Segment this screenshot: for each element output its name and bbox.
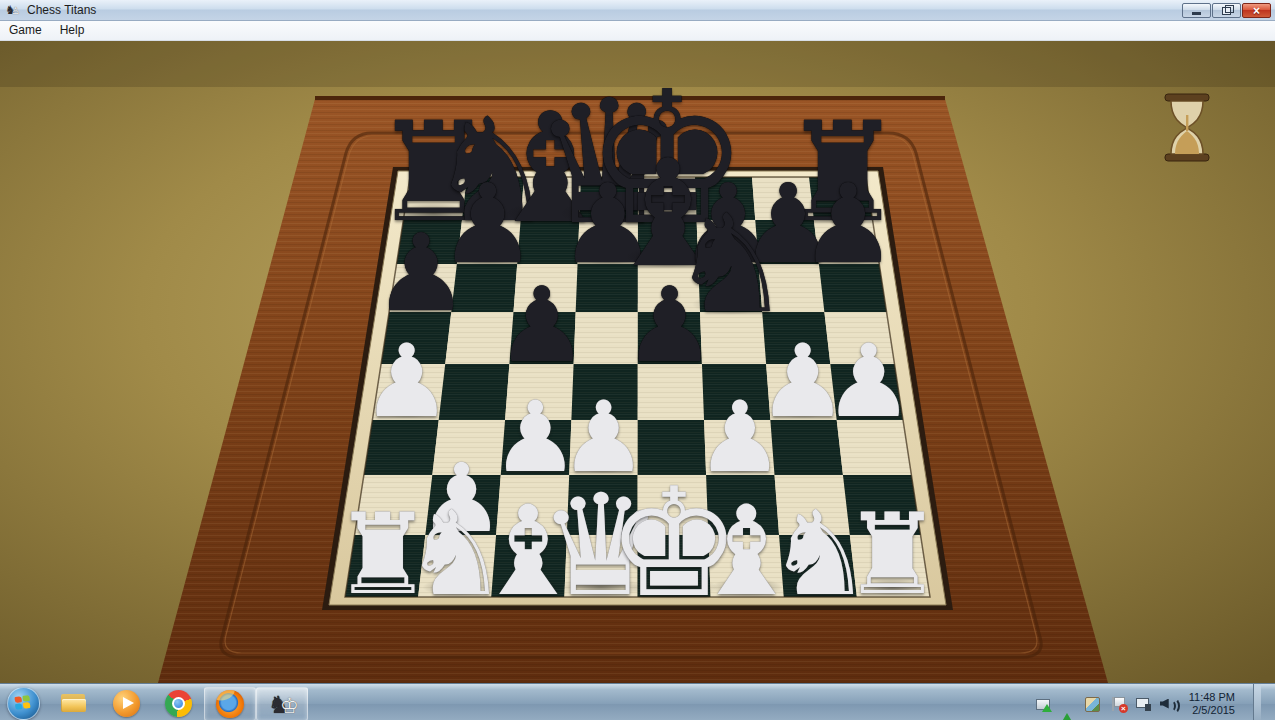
piece-black-pawn-c5[interactable]: ♟ — [490, 274, 594, 378]
media-player-icon — [113, 690, 140, 717]
taskbar: ♞♔ × 11:48 PM 2/5/2015 — [0, 683, 1275, 720]
start-button[interactable] — [7, 687, 40, 720]
piece-white-pawn-h4[interactable]: ♟ — [818, 331, 919, 432]
volume-tray-icon[interactable] — [1160, 696, 1176, 712]
action-center-tray-icon[interactable]: × — [1110, 696, 1126, 712]
antivirus-tray-icon[interactable] — [1060, 696, 1076, 712]
taskbar-item-windows-explorer[interactable] — [48, 686, 100, 720]
menu-game[interactable]: Game — [0, 21, 51, 40]
taskbar-clock[interactable]: 11:48 PM 2/5/2015 — [1189, 691, 1235, 717]
clock-date: 2/5/2015 — [1189, 704, 1235, 717]
menu-bar: Game Help — [0, 21, 1275, 41]
firefox-icon — [216, 690, 244, 718]
piece-white-pawn-a4[interactable]: ♟ — [356, 331, 457, 432]
photo-viewer-tray-icon[interactable] — [1085, 696, 1101, 712]
minimize-icon — [1192, 12, 1201, 15]
minimize-button[interactable] — [1182, 3, 1211, 18]
chess-titans-icon: ♞♔ — [267, 691, 297, 718]
explorer-folder-icon — [61, 694, 87, 713]
clock-time: 11:48 PM — [1189, 691, 1235, 704]
system-tray: × 11:48 PM 2/5/2015 — [1035, 684, 1261, 720]
close-icon: × — [1253, 5, 1260, 17]
restore-button[interactable] — [1212, 3, 1241, 18]
piece-black-pawn-e5[interactable]: ♟ — [618, 274, 722, 378]
menu-help[interactable]: Help — [51, 21, 94, 40]
game-viewport: ♜♞♝♛♚♜♟♟♝♟♟♟♟♞♟♟♟♟♟♟♟♟♟♜♞♝♛♚♝♞♜ — [0, 41, 1275, 683]
piece-black-pawn-h7[interactable]: ♟ — [793, 170, 903, 280]
taskbar-item-firefox[interactable] — [204, 687, 256, 720]
taskbar-item-chrome[interactable] — [152, 686, 204, 720]
chrome-icon — [165, 690, 192, 717]
restore-icon — [1222, 7, 1231, 15]
display-settings-tray-icon[interactable] — [1035, 696, 1051, 712]
network-tray-icon[interactable] — [1135, 696, 1151, 712]
show-desktop-button[interactable] — [1253, 684, 1261, 720]
close-button[interactable]: × — [1242, 3, 1271, 18]
chess-titans-window-icon: ♞♙ — [5, 3, 21, 17]
taskbar-item-chess-titans[interactable]: ♞♔ — [256, 687, 308, 720]
taskbar-item-media-player[interactable] — [100, 686, 152, 720]
title-bar: ♞♙ Chess Titans × — [0, 0, 1275, 21]
windows-logo-icon — [15, 695, 31, 711]
window-title: Chess Titans — [27, 3, 96, 17]
piece-black-pawn-a6[interactable]: ♟ — [368, 220, 475, 327]
piece-white-rook-h1[interactable]: ♜ — [836, 499, 948, 611]
